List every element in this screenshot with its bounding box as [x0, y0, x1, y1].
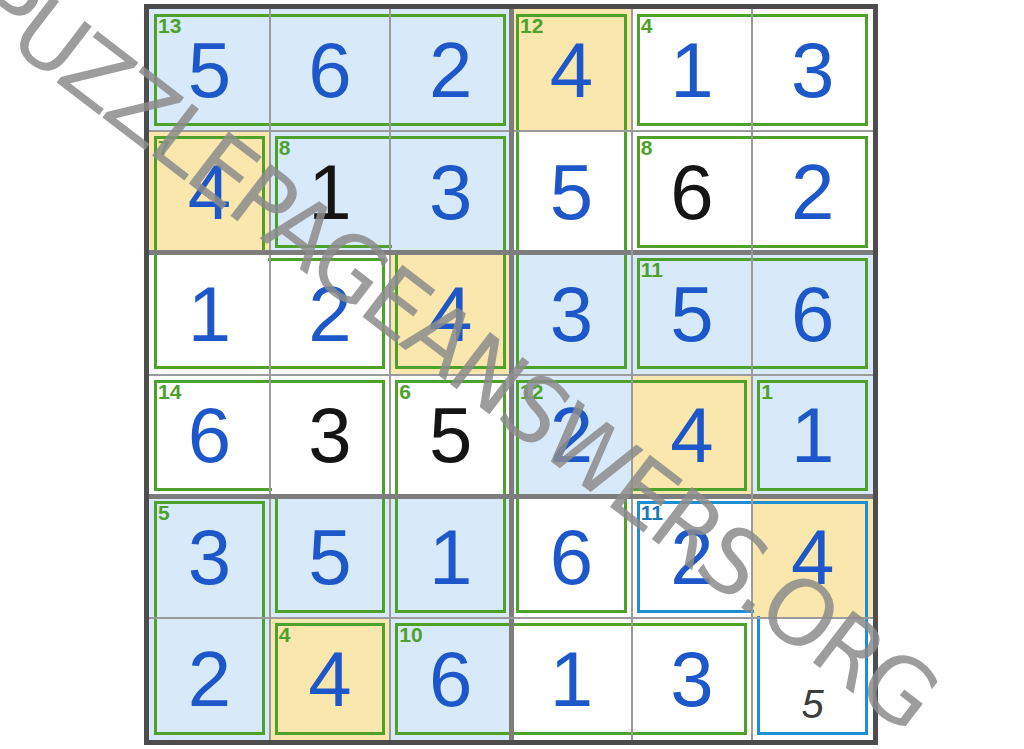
digit-r5c6: 4 — [752, 496, 873, 618]
digit-r6c5: 3 — [632, 618, 753, 740]
digit-r1c6: 3 — [752, 9, 873, 131]
digit-r3c6: 6 — [752, 253, 873, 375]
screenshot-canvas: 1312478811146121511410562413413562124356… — [0, 0, 1024, 749]
digit-r5c4: 6 — [511, 496, 632, 618]
digit-r1c4: 4 — [511, 9, 632, 131]
digit-r2c3: 3 — [390, 131, 511, 253]
digit-r5c3: 1 — [390, 496, 511, 618]
digit-r6c6: 5 — [752, 618, 873, 740]
digit-r1c2: 6 — [270, 9, 391, 131]
digit-r2c6: 2 — [752, 131, 873, 253]
digit-r2c5: 6 — [632, 131, 753, 253]
digit-r6c2: 4 — [270, 618, 391, 740]
digit-r4c1: 6 — [149, 375, 270, 497]
digit-r3c5: 5 — [632, 253, 753, 375]
digit-r3c1: 1 — [149, 253, 270, 375]
digit-r5c2: 5 — [270, 496, 391, 618]
digit-r1c3: 2 — [390, 9, 511, 131]
board-inner: 1312478811146121511410562413413562124356… — [149, 9, 873, 740]
digit-r4c6: 1 — [752, 375, 873, 497]
digit-r6c1: 2 — [149, 618, 270, 740]
digit-r4c2: 3 — [270, 375, 391, 497]
digit-r6c4: 1 — [511, 618, 632, 740]
digit-r6c3: 6 — [390, 618, 511, 740]
digit-r2c1: 4 — [149, 131, 270, 253]
digit-r1c5: 1 — [632, 9, 753, 131]
digit-r5c1: 3 — [149, 496, 270, 618]
board: 1312478811146121511410562413413562124356… — [144, 4, 878, 745]
digit-r2c4: 5 — [511, 131, 632, 253]
digit-r3c3: 4 — [390, 253, 511, 375]
digit-r4c3: 5 — [390, 375, 511, 497]
digit-r4c5: 4 — [632, 375, 753, 497]
digit-r3c4: 3 — [511, 253, 632, 375]
digit-r4c4: 2 — [511, 375, 632, 497]
digit-r5c5: 2 — [632, 496, 753, 618]
digit-r3c2: 2 — [270, 253, 391, 375]
digit-r2c2: 1 — [270, 131, 391, 253]
digit-r1c1: 5 — [149, 9, 270, 131]
